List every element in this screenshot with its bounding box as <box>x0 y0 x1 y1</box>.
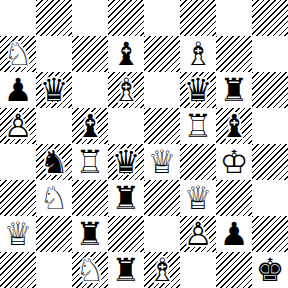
square-e8[interactable] <box>144 0 180 36</box>
white-knight-icon: ♘ <box>0 36 36 72</box>
square-a7[interactable]: ♞♘ <box>0 36 36 72</box>
square-a2[interactable]: ♛♕ <box>0 216 36 252</box>
square-d2[interactable] <box>108 216 144 252</box>
square-h1[interactable]: ♚♚ <box>252 252 288 288</box>
square-h4[interactable] <box>252 144 288 180</box>
piece-black-rook[interactable]: ♜♜ <box>216 72 252 108</box>
square-d4[interactable]: ♛♛ <box>108 144 144 180</box>
square-b4[interactable]: ♞♞ <box>36 144 72 180</box>
square-e3[interactable] <box>144 180 180 216</box>
square-a3[interactable] <box>0 180 36 216</box>
square-b5[interactable] <box>36 108 72 144</box>
white-rook-icon: ♖ <box>72 144 108 180</box>
square-a8[interactable] <box>0 0 36 36</box>
black-king-icon: ♚ <box>252 252 288 288</box>
black-rook-icon: ♜ <box>108 180 144 216</box>
square-b7[interactable] <box>36 36 72 72</box>
piece-black-rook[interactable]: ♜♜ <box>72 216 108 252</box>
piece-white-queen[interactable]: ♛♕ <box>180 180 216 216</box>
white-king-icon: ♔ <box>216 144 252 180</box>
piece-white-rook[interactable]: ♜♖ <box>180 108 216 144</box>
square-h8[interactable] <box>252 0 288 36</box>
piece-white-knight[interactable]: ♞♘ <box>36 180 72 216</box>
square-h6[interactable] <box>252 72 288 108</box>
square-c7[interactable] <box>72 36 108 72</box>
white-bishop-icon: ♗ <box>108 72 144 108</box>
white-queen-icon: ♕ <box>144 144 180 180</box>
square-g5[interactable]: ♝♝ <box>216 108 252 144</box>
piece-white-knight[interactable]: ♞♘ <box>0 36 36 72</box>
square-f5[interactable]: ♜♖ <box>180 108 216 144</box>
black-queen-icon: ♛ <box>36 72 72 108</box>
piece-white-pawn[interactable]: ♟♙ <box>0 108 36 144</box>
square-c2[interactable]: ♜♜ <box>72 216 108 252</box>
white-pawn-icon: ♙ <box>180 216 216 252</box>
square-g1[interactable] <box>216 252 252 288</box>
black-rook-icon: ♜ <box>108 252 144 288</box>
square-h3[interactable] <box>252 180 288 216</box>
square-e1[interactable]: ♝♗ <box>144 252 180 288</box>
piece-white-bishop[interactable]: ♝♗ <box>108 72 144 108</box>
square-f2[interactable]: ♟♙ <box>180 216 216 252</box>
piece-white-pawn[interactable]: ♟♙ <box>180 216 216 252</box>
black-bishop-icon: ♝ <box>72 108 108 144</box>
white-pawn-icon: ♙ <box>0 108 36 144</box>
piece-white-bishop[interactable]: ♝♗ <box>180 36 216 72</box>
square-g2[interactable]: ♟♟ <box>216 216 252 252</box>
white-knight-icon: ♘ <box>36 180 72 216</box>
black-knight-icon: ♞ <box>36 144 72 180</box>
white-bishop-icon: ♗ <box>180 36 216 72</box>
black-pawn-icon: ♟ <box>0 72 36 108</box>
square-d5[interactable] <box>108 108 144 144</box>
square-c5[interactable]: ♝♝ <box>72 108 108 144</box>
square-c6[interactable] <box>72 72 108 108</box>
piece-black-bishop[interactable]: ♝♝ <box>72 108 108 144</box>
piece-black-rook[interactable]: ♜♜ <box>108 252 144 288</box>
square-f3[interactable]: ♛♕ <box>180 180 216 216</box>
piece-black-rook[interactable]: ♜♜ <box>108 180 144 216</box>
square-e4[interactable]: ♛♕ <box>144 144 180 180</box>
square-g6[interactable]: ♜♜ <box>216 72 252 108</box>
square-d7[interactable]: ♝♝ <box>108 36 144 72</box>
square-g7[interactable] <box>216 36 252 72</box>
black-queen-icon: ♛ <box>180 72 216 108</box>
piece-white-queen[interactable]: ♛♕ <box>144 144 180 180</box>
square-c3[interactable] <box>72 180 108 216</box>
square-d3[interactable]: ♜♜ <box>108 180 144 216</box>
piece-white-knight[interactable]: ♞♘ <box>72 252 108 288</box>
square-f4[interactable] <box>180 144 216 180</box>
piece-black-king[interactable]: ♚♚ <box>252 252 288 288</box>
square-h5[interactable] <box>252 108 288 144</box>
square-b3[interactable]: ♞♘ <box>36 180 72 216</box>
square-f1[interactable] <box>180 252 216 288</box>
black-bishop-icon: ♝ <box>216 108 252 144</box>
piece-black-knight[interactable]: ♞♞ <box>36 144 72 180</box>
square-e7[interactable] <box>144 36 180 72</box>
square-f6[interactable]: ♛♛ <box>180 72 216 108</box>
square-h2[interactable] <box>252 216 288 252</box>
piece-black-pawn[interactable]: ♟♟ <box>0 72 36 108</box>
square-a1[interactable] <box>0 252 36 288</box>
square-f7[interactable]: ♝♗ <box>180 36 216 72</box>
white-queen-icon: ♕ <box>180 180 216 216</box>
square-g8[interactable] <box>216 0 252 36</box>
square-a5[interactable]: ♟♙ <box>0 108 36 144</box>
piece-white-king[interactable]: ♚♔ <box>216 144 252 180</box>
black-rook-icon: ♜ <box>216 72 252 108</box>
square-c1[interactable]: ♞♘ <box>72 252 108 288</box>
chess-board: ♞♘♝♝♝♗♟♟♛♛♝♗♛♛♜♜♟♙♝♝♜♖♝♝♞♞♜♖♛♛♛♕♚♔♞♘♜♜♛♕… <box>0 0 288 288</box>
square-a4[interactable] <box>0 144 36 180</box>
square-b2[interactable] <box>36 216 72 252</box>
piece-white-rook[interactable]: ♜♖ <box>72 144 108 180</box>
piece-black-queen[interactable]: ♛♛ <box>36 72 72 108</box>
piece-black-pawn[interactable]: ♟♟ <box>216 216 252 252</box>
square-e5[interactable] <box>144 108 180 144</box>
white-knight-icon: ♘ <box>72 252 108 288</box>
piece-black-bishop[interactable]: ♝♝ <box>216 108 252 144</box>
square-c8[interactable] <box>72 0 108 36</box>
square-d1[interactable]: ♜♜ <box>108 252 144 288</box>
white-rook-icon: ♖ <box>180 108 216 144</box>
square-d8[interactable] <box>108 0 144 36</box>
square-b6[interactable]: ♛♛ <box>36 72 72 108</box>
square-g3[interactable] <box>216 180 252 216</box>
square-c4[interactable]: ♜♖ <box>72 144 108 180</box>
white-queen-icon: ♕ <box>0 216 36 252</box>
square-d6[interactable]: ♝♗ <box>108 72 144 108</box>
square-e2[interactable] <box>144 216 180 252</box>
piece-black-queen[interactable]: ♛♛ <box>108 144 144 180</box>
black-queen-icon: ♛ <box>108 144 144 180</box>
piece-black-bishop[interactable]: ♝♝ <box>108 36 144 72</box>
black-bishop-icon: ♝ <box>108 36 144 72</box>
square-b8[interactable] <box>36 0 72 36</box>
square-h7[interactable] <box>252 36 288 72</box>
square-b1[interactable] <box>36 252 72 288</box>
square-g4[interactable]: ♚♔ <box>216 144 252 180</box>
square-f8[interactable] <box>180 0 216 36</box>
piece-black-queen[interactable]: ♛♛ <box>180 72 216 108</box>
piece-white-bishop[interactable]: ♝♗ <box>144 252 180 288</box>
piece-white-queen[interactable]: ♛♕ <box>0 216 36 252</box>
white-bishop-icon: ♗ <box>144 252 180 288</box>
black-pawn-icon: ♟ <box>216 216 252 252</box>
square-a6[interactable]: ♟♟ <box>0 72 36 108</box>
square-e6[interactable] <box>144 72 180 108</box>
black-rook-icon: ♜ <box>72 216 108 252</box>
